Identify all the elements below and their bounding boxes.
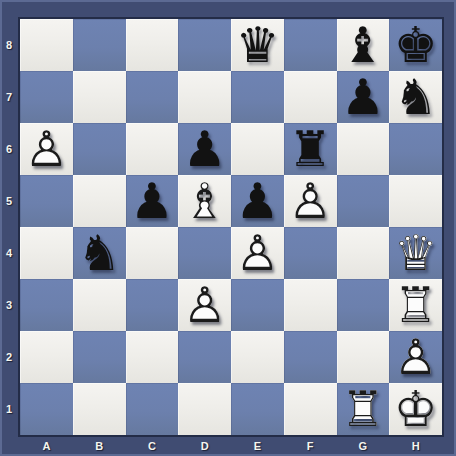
square-f8[interactable]	[284, 19, 337, 71]
square-e6[interactable]	[231, 123, 284, 175]
square-h4[interactable]: ♛♕	[389, 227, 442, 279]
square-g6[interactable]	[337, 123, 390, 175]
square-b4[interactable]: ♞	[73, 227, 126, 279]
square-a1[interactable]	[20, 383, 73, 435]
square-c3[interactable]	[126, 279, 179, 331]
file-labels: ABCDEFGH	[20, 437, 442, 454]
white-pawn-h2: ♟♙	[389, 331, 442, 383]
rank-label-5: 5	[0, 175, 18, 227]
rank-label-3: 3	[0, 279, 18, 331]
rank-label-6: 6	[0, 123, 18, 175]
square-a5[interactable]	[20, 175, 73, 227]
file-label-e: E	[231, 437, 284, 454]
black-bishop-g8: ♝	[337, 19, 390, 71]
square-d7[interactable]	[178, 71, 231, 123]
square-g7[interactable]: ♟	[337, 71, 390, 123]
square-e3[interactable]	[231, 279, 284, 331]
square-g3[interactable]	[337, 279, 390, 331]
square-f3[interactable]	[284, 279, 337, 331]
black-queen-e8: ♛	[231, 19, 284, 71]
white-queen-h4: ♛♕	[389, 227, 442, 279]
file-label-f: F	[284, 437, 337, 454]
white-pawn-f5: ♟♙	[284, 175, 337, 227]
square-h8[interactable]: ♚	[389, 19, 442, 71]
square-d8[interactable]	[178, 19, 231, 71]
square-g4[interactable]	[337, 227, 390, 279]
square-a4[interactable]	[20, 227, 73, 279]
square-c5[interactable]: ♟	[126, 175, 179, 227]
black-pawn-d6: ♟	[178, 123, 231, 175]
square-b1[interactable]	[73, 383, 126, 435]
black-pawn-e5: ♟	[231, 175, 284, 227]
rank-label-2: 2	[0, 331, 18, 383]
square-a7[interactable]	[20, 71, 73, 123]
square-f5[interactable]: ♟♙	[284, 175, 337, 227]
square-e4[interactable]: ♟♙	[231, 227, 284, 279]
square-c2[interactable]	[126, 331, 179, 383]
white-pawn-a6: ♟♙	[20, 123, 73, 175]
square-g8[interactable]: ♝	[337, 19, 390, 71]
file-label-g: G	[337, 437, 390, 454]
black-knight-b4: ♞	[73, 227, 126, 279]
rank-labels: 87654321	[0, 19, 18, 435]
square-d2[interactable]	[178, 331, 231, 383]
white-bishop-d5: ♝♗	[178, 175, 231, 227]
square-a6[interactable]: ♟♙	[20, 123, 73, 175]
file-label-c: C	[126, 437, 179, 454]
board-frame: 87654321 ♛♝♚♟♞♟♙♟♜♟♝♗♟♟♙♞♟♙♛♕♟♙♜♖♟♙♜♖♚♔ …	[0, 0, 456, 456]
square-b2[interactable]	[73, 331, 126, 383]
square-c7[interactable]	[126, 71, 179, 123]
black-pawn-g7: ♟	[337, 71, 390, 123]
square-d1[interactable]	[178, 383, 231, 435]
square-d6[interactable]: ♟	[178, 123, 231, 175]
square-b6[interactable]	[73, 123, 126, 175]
square-e7[interactable]	[231, 71, 284, 123]
white-rook-h3: ♜♖	[389, 279, 442, 331]
black-king-h8: ♚	[389, 19, 442, 71]
rank-label-7: 7	[0, 71, 18, 123]
square-f1[interactable]	[284, 383, 337, 435]
white-pawn-d3: ♟♙	[178, 279, 231, 331]
square-c6[interactable]	[126, 123, 179, 175]
square-g5[interactable]	[337, 175, 390, 227]
file-label-b: B	[73, 437, 126, 454]
square-h2[interactable]: ♟♙	[389, 331, 442, 383]
black-pawn-c5: ♟	[126, 175, 179, 227]
square-e5[interactable]: ♟	[231, 175, 284, 227]
white-pawn-e4: ♟♙	[231, 227, 284, 279]
square-a8[interactable]	[20, 19, 73, 71]
square-c8[interactable]	[126, 19, 179, 71]
square-e2[interactable]	[231, 331, 284, 383]
file-label-a: A	[20, 437, 73, 454]
square-a2[interactable]	[20, 331, 73, 383]
chess-board: ♛♝♚♟♞♟♙♟♜♟♝♗♟♟♙♞♟♙♛♕♟♙♜♖♟♙♜♖♚♔	[18, 17, 444, 437]
square-f2[interactable]	[284, 331, 337, 383]
square-d4[interactable]	[178, 227, 231, 279]
file-label-h: H	[389, 437, 442, 454]
square-e1[interactable]	[231, 383, 284, 435]
file-label-d: D	[178, 437, 231, 454]
rank-label-4: 4	[0, 227, 18, 279]
square-h1[interactable]: ♚♔	[389, 383, 442, 435]
black-rook-f6: ♜	[284, 123, 337, 175]
square-b5[interactable]	[73, 175, 126, 227]
square-b7[interactable]	[73, 71, 126, 123]
square-f4[interactable]	[284, 227, 337, 279]
square-h6[interactable]	[389, 123, 442, 175]
square-c1[interactable]	[126, 383, 179, 435]
white-rook-g1: ♜♖	[337, 383, 390, 435]
rank-label-8: 8	[0, 19, 18, 71]
square-d5[interactable]: ♝♗	[178, 175, 231, 227]
square-f7[interactable]	[284, 71, 337, 123]
square-g2[interactable]	[337, 331, 390, 383]
square-f6[interactable]: ♜	[284, 123, 337, 175]
black-knight-h7: ♞	[389, 71, 442, 123]
square-e8[interactable]: ♛	[231, 19, 284, 71]
square-h3[interactable]: ♜♖	[389, 279, 442, 331]
square-b3[interactable]	[73, 279, 126, 331]
square-a3[interactable]	[20, 279, 73, 331]
square-g1[interactable]: ♜♖	[337, 383, 390, 435]
square-b8[interactable]	[73, 19, 126, 71]
rank-label-1: 1	[0, 383, 18, 435]
square-d3[interactable]: ♟♙	[178, 279, 231, 331]
white-king-h1: ♚♔	[389, 383, 442, 435]
square-h7[interactable]: ♞	[389, 71, 442, 123]
square-c4[interactable]	[126, 227, 179, 279]
square-h5[interactable]	[389, 175, 442, 227]
